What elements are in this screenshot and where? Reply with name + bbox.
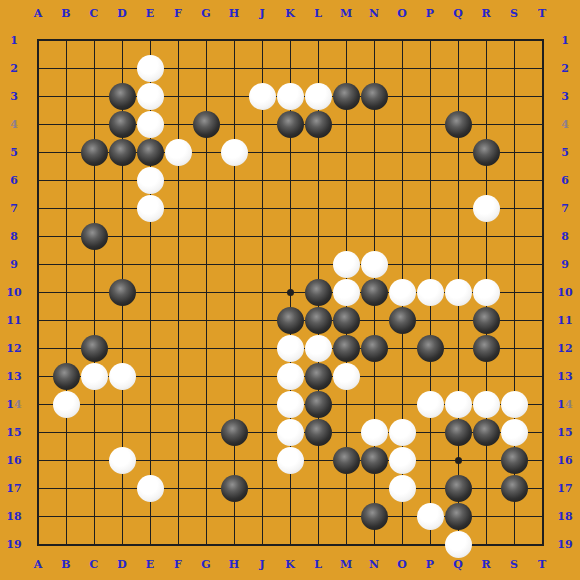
intersection-C5[interactable] (80, 138, 108, 166)
intersection-N9[interactable] (360, 250, 388, 278)
intersection-N2[interactable] (360, 54, 388, 82)
intersection-S17[interactable] (500, 474, 528, 502)
intersection-J10[interactable] (248, 278, 276, 306)
intersection-S5[interactable] (500, 138, 528, 166)
intersection-H16[interactable] (220, 446, 248, 474)
intersection-B6[interactable] (52, 166, 80, 194)
intersection-R17[interactable] (472, 474, 500, 502)
intersection-O17[interactable] (388, 474, 416, 502)
intersection-N12[interactable] (360, 334, 388, 362)
intersection-C12[interactable] (80, 334, 108, 362)
intersection-E13[interactable] (136, 362, 164, 390)
intersection-F16[interactable] (164, 446, 192, 474)
intersection-A10[interactable] (24, 278, 52, 306)
intersection-H18[interactable] (220, 502, 248, 530)
intersection-G13[interactable] (192, 362, 220, 390)
intersection-K8[interactable] (276, 222, 304, 250)
intersection-F11[interactable] (164, 306, 192, 334)
intersection-C18[interactable] (80, 502, 108, 530)
intersection-K5[interactable] (276, 138, 304, 166)
intersection-G2[interactable] (192, 54, 220, 82)
intersection-N16[interactable] (360, 446, 388, 474)
intersection-H8[interactable] (220, 222, 248, 250)
intersection-Q15[interactable] (444, 418, 472, 446)
intersection-G8[interactable] (192, 222, 220, 250)
intersection-N4[interactable] (360, 110, 388, 138)
intersection-K6[interactable] (276, 166, 304, 194)
intersection-M2[interactable] (332, 54, 360, 82)
intersection-D6[interactable] (108, 166, 136, 194)
intersection-E14[interactable] (136, 390, 164, 418)
intersection-C10[interactable] (80, 278, 108, 306)
intersection-K3[interactable] (276, 82, 304, 110)
intersection-G9[interactable] (192, 250, 220, 278)
intersection-D11[interactable] (108, 306, 136, 334)
intersection-L12[interactable] (304, 334, 332, 362)
intersection-A15[interactable] (24, 418, 52, 446)
intersection-N13[interactable] (360, 362, 388, 390)
intersection-S6[interactable] (500, 166, 528, 194)
intersection-P2[interactable] (416, 54, 444, 82)
intersection-M13[interactable] (332, 362, 360, 390)
intersection-F14[interactable] (164, 390, 192, 418)
intersection-D16[interactable] (108, 446, 136, 474)
intersection-C13[interactable] (80, 362, 108, 390)
intersection-H15[interactable] (220, 418, 248, 446)
intersection-B3[interactable] (52, 82, 80, 110)
intersection-N8[interactable] (360, 222, 388, 250)
intersection-O6[interactable] (388, 166, 416, 194)
intersection-P9[interactable] (416, 250, 444, 278)
intersection-L4[interactable] (304, 110, 332, 138)
intersection-Q14[interactable] (444, 390, 472, 418)
intersection-L13[interactable] (304, 362, 332, 390)
intersection-O5[interactable] (388, 138, 416, 166)
intersection-A14[interactable] (24, 390, 52, 418)
intersection-H4[interactable] (220, 110, 248, 138)
intersection-M8[interactable] (332, 222, 360, 250)
intersection-B13[interactable] (52, 362, 80, 390)
intersection-M3[interactable] (332, 82, 360, 110)
intersection-D8[interactable] (108, 222, 136, 250)
intersection-R14[interactable] (472, 390, 500, 418)
intersection-R12[interactable] (472, 334, 500, 362)
intersection-Q4[interactable] (444, 110, 472, 138)
intersection-D2[interactable] (108, 54, 136, 82)
intersection-E16[interactable] (136, 446, 164, 474)
intersection-C16[interactable] (80, 446, 108, 474)
intersection-O7[interactable] (388, 194, 416, 222)
intersection-J14[interactable] (248, 390, 276, 418)
intersection-B19[interactable] (52, 530, 80, 558)
intersection-L1[interactable] (304, 26, 332, 54)
intersection-E5[interactable] (136, 138, 164, 166)
intersection-G19[interactable] (192, 530, 220, 558)
intersection-S9[interactable] (500, 250, 528, 278)
intersection-Q13[interactable] (444, 362, 472, 390)
intersection-J16[interactable] (248, 446, 276, 474)
intersection-H12[interactable] (220, 334, 248, 362)
intersection-H9[interactable] (220, 250, 248, 278)
intersection-J7[interactable] (248, 194, 276, 222)
intersection-J1[interactable] (248, 26, 276, 54)
intersection-H13[interactable] (220, 362, 248, 390)
intersection-L19[interactable] (304, 530, 332, 558)
intersection-C19[interactable] (80, 530, 108, 558)
intersection-J17[interactable] (248, 474, 276, 502)
intersection-J18[interactable] (248, 502, 276, 530)
intersection-D10[interactable] (108, 278, 136, 306)
intersection-D3[interactable] (108, 82, 136, 110)
intersection-E10[interactable] (136, 278, 164, 306)
intersection-F3[interactable] (164, 82, 192, 110)
intersection-K13[interactable] (276, 362, 304, 390)
intersection-Q10[interactable] (444, 278, 472, 306)
intersection-A7[interactable] (24, 194, 52, 222)
intersection-M14[interactable] (332, 390, 360, 418)
intersection-J12[interactable] (248, 334, 276, 362)
intersection-M12[interactable] (332, 334, 360, 362)
intersection-B12[interactable] (52, 334, 80, 362)
intersection-A19[interactable] (24, 530, 52, 558)
intersection-L5[interactable] (304, 138, 332, 166)
intersection-N17[interactable] (360, 474, 388, 502)
intersection-J5[interactable] (248, 138, 276, 166)
intersection-H19[interactable] (220, 530, 248, 558)
intersection-G11[interactable] (192, 306, 220, 334)
intersection-R5[interactable] (472, 138, 500, 166)
intersection-S3[interactable] (500, 82, 528, 110)
intersection-R1[interactable] (472, 26, 500, 54)
intersection-G17[interactable] (192, 474, 220, 502)
intersection-K12[interactable] (276, 334, 304, 362)
intersection-A12[interactable] (24, 334, 52, 362)
intersection-D7[interactable] (108, 194, 136, 222)
intersection-D9[interactable] (108, 250, 136, 278)
intersection-L15[interactable] (304, 418, 332, 446)
intersection-R7[interactable] (472, 194, 500, 222)
intersection-K10[interactable] (276, 278, 304, 306)
intersection-H7[interactable] (220, 194, 248, 222)
intersection-S18[interactable] (500, 502, 528, 530)
intersection-K18[interactable] (276, 502, 304, 530)
intersection-N15[interactable] (360, 418, 388, 446)
intersection-C8[interactable] (80, 222, 108, 250)
intersection-G6[interactable] (192, 166, 220, 194)
intersection-A11[interactable] (24, 306, 52, 334)
intersection-H6[interactable] (220, 166, 248, 194)
intersection-F4[interactable] (164, 110, 192, 138)
intersection-P15[interactable] (416, 418, 444, 446)
intersection-F15[interactable] (164, 418, 192, 446)
intersection-Q11[interactable] (444, 306, 472, 334)
intersection-F7[interactable] (164, 194, 192, 222)
intersection-C17[interactable] (80, 474, 108, 502)
intersection-N6[interactable] (360, 166, 388, 194)
intersection-L7[interactable] (304, 194, 332, 222)
intersection-M19[interactable] (332, 530, 360, 558)
intersection-Q7[interactable] (444, 194, 472, 222)
intersection-D13[interactable] (108, 362, 136, 390)
intersection-C2[interactable] (80, 54, 108, 82)
intersection-B2[interactable] (52, 54, 80, 82)
intersection-M9[interactable] (332, 250, 360, 278)
intersection-E6[interactable] (136, 166, 164, 194)
intersection-K14[interactable] (276, 390, 304, 418)
intersection-E15[interactable] (136, 418, 164, 446)
intersection-Q5[interactable] (444, 138, 472, 166)
intersection-R15[interactable] (472, 418, 500, 446)
intersection-L16[interactable] (304, 446, 332, 474)
intersection-R9[interactable] (472, 250, 500, 278)
intersection-A16[interactable] (24, 446, 52, 474)
intersection-F2[interactable] (164, 54, 192, 82)
intersection-E17[interactable] (136, 474, 164, 502)
intersection-P16[interactable] (416, 446, 444, 474)
intersection-C15[interactable] (80, 418, 108, 446)
intersection-P19[interactable] (416, 530, 444, 558)
intersection-B4[interactable] (52, 110, 80, 138)
intersection-E12[interactable] (136, 334, 164, 362)
intersection-P11[interactable] (416, 306, 444, 334)
intersection-G12[interactable] (192, 334, 220, 362)
intersection-P1[interactable] (416, 26, 444, 54)
intersection-Q18[interactable] (444, 502, 472, 530)
intersection-L2[interactable] (304, 54, 332, 82)
intersection-D4[interactable] (108, 110, 136, 138)
intersection-F13[interactable] (164, 362, 192, 390)
intersection-A9[interactable] (24, 250, 52, 278)
intersection-R18[interactable] (472, 502, 500, 530)
intersection-S2[interactable] (500, 54, 528, 82)
intersection-J2[interactable] (248, 54, 276, 82)
intersection-O18[interactable] (388, 502, 416, 530)
intersection-E18[interactable] (136, 502, 164, 530)
intersection-D18[interactable] (108, 502, 136, 530)
intersection-J3[interactable] (248, 82, 276, 110)
intersection-M1[interactable] (332, 26, 360, 54)
intersection-O3[interactable] (388, 82, 416, 110)
intersection-D17[interactable] (108, 474, 136, 502)
intersection-B8[interactable] (52, 222, 80, 250)
intersection-C7[interactable] (80, 194, 108, 222)
intersection-S13[interactable] (500, 362, 528, 390)
intersection-B9[interactable] (52, 250, 80, 278)
intersection-H1[interactable] (220, 26, 248, 54)
intersection-P7[interactable] (416, 194, 444, 222)
intersection-O16[interactable] (388, 446, 416, 474)
intersection-L10[interactable] (304, 278, 332, 306)
intersection-Q2[interactable] (444, 54, 472, 82)
intersection-M7[interactable] (332, 194, 360, 222)
intersection-E3[interactable] (136, 82, 164, 110)
intersection-M17[interactable] (332, 474, 360, 502)
intersection-E8[interactable] (136, 222, 164, 250)
intersection-C14[interactable] (80, 390, 108, 418)
intersection-A3[interactable] (24, 82, 52, 110)
intersection-Q12[interactable] (444, 334, 472, 362)
intersection-S15[interactable] (500, 418, 528, 446)
intersection-N5[interactable] (360, 138, 388, 166)
intersection-D5[interactable] (108, 138, 136, 166)
intersection-B7[interactable] (52, 194, 80, 222)
intersection-F1[interactable] (164, 26, 192, 54)
intersection-Q1[interactable] (444, 26, 472, 54)
intersection-F9[interactable] (164, 250, 192, 278)
intersection-K9[interactable] (276, 250, 304, 278)
intersection-R16[interactable] (472, 446, 500, 474)
intersection-N11[interactable] (360, 306, 388, 334)
intersection-Q6[interactable] (444, 166, 472, 194)
intersection-A2[interactable] (24, 54, 52, 82)
intersection-R6[interactable] (472, 166, 500, 194)
intersection-L14[interactable] (304, 390, 332, 418)
intersection-E9[interactable] (136, 250, 164, 278)
intersection-F5[interactable] (164, 138, 192, 166)
intersection-N14[interactable] (360, 390, 388, 418)
intersection-Q9[interactable] (444, 250, 472, 278)
intersection-Q19[interactable] (444, 530, 472, 558)
intersection-J13[interactable] (248, 362, 276, 390)
intersection-S11[interactable] (500, 306, 528, 334)
intersection-G10[interactable] (192, 278, 220, 306)
intersection-O14[interactable] (388, 390, 416, 418)
intersection-L18[interactable] (304, 502, 332, 530)
intersection-D14[interactable] (108, 390, 136, 418)
intersection-O1[interactable] (388, 26, 416, 54)
intersection-G7[interactable] (192, 194, 220, 222)
intersection-Q3[interactable] (444, 82, 472, 110)
intersection-M18[interactable] (332, 502, 360, 530)
intersection-N10[interactable] (360, 278, 388, 306)
intersection-R2[interactable] (472, 54, 500, 82)
intersection-P8[interactable] (416, 222, 444, 250)
intersection-J11[interactable] (248, 306, 276, 334)
intersection-R11[interactable] (472, 306, 500, 334)
intersection-K16[interactable] (276, 446, 304, 474)
intersection-P14[interactable] (416, 390, 444, 418)
intersection-K4[interactable] (276, 110, 304, 138)
intersection-F18[interactable] (164, 502, 192, 530)
intersection-N7[interactable] (360, 194, 388, 222)
intersection-S16[interactable] (500, 446, 528, 474)
intersection-S1[interactable] (500, 26, 528, 54)
intersection-G18[interactable] (192, 502, 220, 530)
intersection-A6[interactable] (24, 166, 52, 194)
intersection-P5[interactable] (416, 138, 444, 166)
intersection-A5[interactable] (24, 138, 52, 166)
intersection-N18[interactable] (360, 502, 388, 530)
intersection-H14[interactable] (220, 390, 248, 418)
intersection-L8[interactable] (304, 222, 332, 250)
intersection-L3[interactable] (304, 82, 332, 110)
intersection-E2[interactable] (136, 54, 164, 82)
intersection-L17[interactable] (304, 474, 332, 502)
intersection-R8[interactable] (472, 222, 500, 250)
intersection-C3[interactable] (80, 82, 108, 110)
intersection-M11[interactable] (332, 306, 360, 334)
intersection-K7[interactable] (276, 194, 304, 222)
intersection-O2[interactable] (388, 54, 416, 82)
intersection-S4[interactable] (500, 110, 528, 138)
intersection-P10[interactable] (416, 278, 444, 306)
intersection-D1[interactable] (108, 26, 136, 54)
intersection-K11[interactable] (276, 306, 304, 334)
intersection-D12[interactable] (108, 334, 136, 362)
intersection-O11[interactable] (388, 306, 416, 334)
intersection-O12[interactable] (388, 334, 416, 362)
intersection-H3[interactable] (220, 82, 248, 110)
intersection-K17[interactable] (276, 474, 304, 502)
intersection-G14[interactable] (192, 390, 220, 418)
intersection-O13[interactable] (388, 362, 416, 390)
intersection-O15[interactable] (388, 418, 416, 446)
intersection-J15[interactable] (248, 418, 276, 446)
intersection-J6[interactable] (248, 166, 276, 194)
intersection-R19[interactable] (472, 530, 500, 558)
intersection-P3[interactable] (416, 82, 444, 110)
intersection-S8[interactable] (500, 222, 528, 250)
intersection-P17[interactable] (416, 474, 444, 502)
intersection-S14[interactable] (500, 390, 528, 418)
intersection-J19[interactable] (248, 530, 276, 558)
intersection-E11[interactable] (136, 306, 164, 334)
intersection-C11[interactable] (80, 306, 108, 334)
intersection-M10[interactable] (332, 278, 360, 306)
intersection-G16[interactable] (192, 446, 220, 474)
intersection-B1[interactable] (52, 26, 80, 54)
intersection-A18[interactable] (24, 502, 52, 530)
intersection-B10[interactable] (52, 278, 80, 306)
intersection-F8[interactable] (164, 222, 192, 250)
intersection-C6[interactable] (80, 166, 108, 194)
intersection-H11[interactable] (220, 306, 248, 334)
intersection-B5[interactable] (52, 138, 80, 166)
intersection-K19[interactable] (276, 530, 304, 558)
intersection-A17[interactable] (24, 474, 52, 502)
intersection-S7[interactable] (500, 194, 528, 222)
intersection-F10[interactable] (164, 278, 192, 306)
intersection-M4[interactable] (332, 110, 360, 138)
intersection-E7[interactable] (136, 194, 164, 222)
intersection-B17[interactable] (52, 474, 80, 502)
intersection-P4[interactable] (416, 110, 444, 138)
intersection-N1[interactable] (360, 26, 388, 54)
intersection-R13[interactable] (472, 362, 500, 390)
intersection-F19[interactable] (164, 530, 192, 558)
intersection-A1[interactable] (24, 26, 52, 54)
intersection-B14[interactable] (52, 390, 80, 418)
intersection-P6[interactable] (416, 166, 444, 194)
intersection-B11[interactable] (52, 306, 80, 334)
intersection-L11[interactable] (304, 306, 332, 334)
intersection-O9[interactable] (388, 250, 416, 278)
intersection-D15[interactable] (108, 418, 136, 446)
intersection-O19[interactable] (388, 530, 416, 558)
intersection-G15[interactable] (192, 418, 220, 446)
intersection-A8[interactable] (24, 222, 52, 250)
intersection-Q8[interactable] (444, 222, 472, 250)
intersection-A4[interactable] (24, 110, 52, 138)
intersection-H5[interactable] (220, 138, 248, 166)
intersection-F17[interactable] (164, 474, 192, 502)
intersection-R3[interactable] (472, 82, 500, 110)
intersection-J8[interactable] (248, 222, 276, 250)
intersection-S19[interactable] (500, 530, 528, 558)
intersection-G5[interactable] (192, 138, 220, 166)
intersection-O4[interactable] (388, 110, 416, 138)
intersection-E4[interactable] (136, 110, 164, 138)
